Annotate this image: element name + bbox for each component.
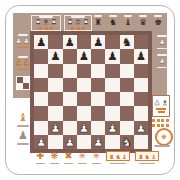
- legend-piece-box-1: ♜♞♝: [106, 151, 130, 161]
- chess-board-grid: ♟♟♟♞♟♟♟♟♟♟♟♟♟♟♟♞: [34, 35, 148, 149]
- white-pawn-icon: ♟: [154, 99, 160, 107]
- square-d7[interactable]: ♟: [77, 49, 91, 63]
- pawn-icon: ♟: [159, 38, 166, 46]
- square-h3[interactable]: [134, 106, 148, 120]
- black-pawn[interactable]: ♟: [63, 35, 77, 49]
- square-e4[interactable]: [91, 92, 105, 106]
- white-knight[interactable]: ♞: [120, 135, 134, 149]
- square-a7[interactable]: [34, 49, 48, 63]
- square-h7[interactable]: ♟: [134, 49, 148, 63]
- piece-icon-row: ♜ ♞ ♝ ♛ ♚: [94, 15, 162, 27]
- white-pawn[interactable]: ♟: [63, 135, 77, 149]
- legend-piece-box-2: ♜♞♝: [135, 151, 159, 161]
- rook-icon: ♜: [94, 18, 102, 27]
- square-a5[interactable]: [34, 78, 48, 92]
- square-g2[interactable]: [120, 121, 134, 135]
- square-a1[interactable]: ♟: [34, 135, 48, 149]
- left-rail-item-1: ♟ ♟: [15, 34, 30, 48]
- mini-rook-icon: ♜: [51, 19, 57, 26]
- mini-rook-icon: ♜: [67, 19, 73, 26]
- white-pawn[interactable]: ♟: [34, 135, 48, 149]
- square-e3[interactable]: [91, 106, 105, 120]
- white-pawn[interactable]: ♟: [134, 121, 148, 135]
- asterisk-symbol-icon: ✳: [93, 151, 101, 161]
- square-c4[interactable]: [63, 92, 77, 106]
- medal-badge-icon: ♚: [155, 128, 173, 146]
- asterisk-symbol-icon: ✳: [79, 151, 87, 161]
- square-d4[interactable]: [77, 92, 91, 106]
- square-f4[interactable]: [105, 92, 119, 106]
- square-d8[interactable]: [77, 35, 91, 49]
- square-f3[interactable]: [105, 106, 119, 120]
- cross-symbol-icon: ✖: [65, 151, 73, 161]
- square-d2[interactable]: ♟: [77, 121, 91, 135]
- star-symbol-icon: ❋: [51, 151, 59, 161]
- square-c7[interactable]: [63, 49, 77, 63]
- piece-value-panel: ♟ ♝: [152, 95, 170, 117]
- square-e6[interactable]: [91, 64, 105, 78]
- legend-row: ✚ ❋ ✖ ✳ ✳ ♜♞♝ ♜♞♝: [36, 151, 164, 164]
- orange-pawn-icon: ♟: [15, 59, 22, 67]
- black-pawn[interactable]: ♟: [105, 49, 119, 63]
- chess-board: ♟♟♟♞♟♟♟♟♟♟♟♟♟♟♟♞: [30, 31, 152, 153]
- mini-board-icon: [16, 76, 30, 90]
- square-g4[interactable]: [120, 92, 134, 106]
- square-e1[interactable]: ♟: [91, 135, 105, 149]
- square-c6[interactable]: [63, 64, 77, 78]
- square-g8[interactable]: ♞: [120, 35, 134, 49]
- mini-rook-icon: ♜: [83, 19, 89, 26]
- white-pawn[interactable]: ♟: [48, 121, 62, 135]
- medal-label-bar: [154, 145, 170, 147]
- square-a3[interactable]: [34, 106, 48, 120]
- bishop-outline-icon: ♝: [17, 112, 29, 127]
- left-rail-item-2: ♟ ♟: [15, 56, 30, 70]
- orange-dot-rows: [152, 119, 170, 127]
- white-pawn[interactable]: ♟: [77, 121, 91, 135]
- right-rail-item-1: ♟: [155, 35, 169, 49]
- square-h5[interactable]: [134, 78, 148, 92]
- square-f1[interactable]: [105, 135, 119, 149]
- square-d6[interactable]: [77, 64, 91, 78]
- square-f6[interactable]: [105, 64, 119, 78]
- square-c8[interactable]: ♟: [63, 35, 77, 49]
- square-b8[interactable]: [48, 35, 62, 49]
- square-f8[interactable]: [105, 35, 119, 49]
- orange-pawn-icon: ♟: [23, 59, 30, 67]
- square-a8[interactable]: ♟: [34, 35, 48, 49]
- bishop-icon: ♝: [124, 18, 132, 27]
- mini-king-icon: ♚: [75, 19, 81, 26]
- square-g6[interactable]: [120, 64, 134, 78]
- black-pawn[interactable]: ♟: [91, 35, 105, 49]
- square-h4[interactable]: [134, 92, 148, 106]
- poster-card: ♜ ♛ ♜ ♜ ♚ ♜ ♜ ♞ ♝ ♛ ♚ ♟ ♟ ♟ ♟: [5, 5, 175, 175]
- square-a6[interactable]: [34, 64, 48, 78]
- plus-symbol-icon: ✚: [37, 151, 45, 161]
- black-pawn[interactable]: ♟: [134, 49, 148, 63]
- square-f7[interactable]: ♟: [105, 49, 119, 63]
- pawn-outline-icon: ♟: [17, 130, 29, 145]
- square-b5[interactable]: [48, 78, 62, 92]
- pawn-icon: ♟: [159, 57, 166, 65]
- right-rail-item-2: ♟: [155, 54, 169, 68]
- square-e7[interactable]: [91, 49, 105, 63]
- setup-diagram-box-1: ♜ ♛ ♜: [31, 15, 61, 31]
- square-f5[interactable]: [105, 78, 119, 92]
- queen-icon: ♛: [139, 18, 147, 27]
- black-pawn[interactable]: ♟: [34, 35, 48, 49]
- square-h6[interactable]: [134, 64, 148, 78]
- mini-queen-icon: ♛: [43, 19, 49, 26]
- square-b1[interactable]: [48, 135, 62, 149]
- square-f2[interactable]: ♟: [105, 121, 119, 135]
- white-bishop-icon: ♝: [162, 99, 168, 107]
- square-e2[interactable]: [91, 121, 105, 135]
- square-b7[interactable]: ♟: [48, 49, 62, 63]
- square-c2[interactable]: [63, 121, 77, 135]
- square-b3[interactable]: [48, 106, 62, 120]
- square-c3[interactable]: [63, 106, 77, 120]
- black-pawn[interactable]: ♟: [48, 49, 62, 63]
- square-b2[interactable]: ♟: [48, 121, 62, 135]
- square-d5[interactable]: [77, 78, 91, 92]
- white-pawn[interactable]: ♟: [105, 121, 119, 135]
- square-g3[interactable]: [120, 106, 134, 120]
- king-icon: ♚: [154, 18, 162, 27]
- square-e5[interactable]: [91, 78, 105, 92]
- black-pawn[interactable]: ♟: [77, 49, 91, 63]
- square-b6[interactable]: [48, 64, 62, 78]
- square-h2[interactable]: ♟: [134, 121, 148, 135]
- square-c5[interactable]: [63, 78, 77, 92]
- square-b4[interactable]: [48, 92, 62, 106]
- white-pawn[interactable]: ♟: [91, 135, 105, 149]
- mini-rook-icon: ♜: [35, 19, 41, 26]
- square-a4[interactable]: [34, 92, 48, 106]
- square-g5[interactable]: [120, 78, 134, 92]
- white-pawn-icon: ♟: [15, 37, 22, 45]
- knight-icon: ♞: [109, 18, 117, 27]
- white-pawn-icon: ♟: [23, 37, 30, 45]
- square-d3[interactable]: [77, 106, 91, 120]
- square-a2[interactable]: [34, 121, 48, 135]
- black-knight[interactable]: ♞: [120, 35, 134, 49]
- square-g7[interactable]: [120, 49, 134, 63]
- square-h8[interactable]: [134, 35, 148, 49]
- square-h1[interactable]: [134, 135, 148, 149]
- square-d1[interactable]: [77, 135, 91, 149]
- square-g1[interactable]: ♞: [120, 135, 134, 149]
- setup-diagram-box-2: ♜ ♚ ♜: [64, 15, 92, 31]
- square-c1[interactable]: ♟: [63, 135, 77, 149]
- square-e8[interactable]: ♟: [91, 35, 105, 49]
